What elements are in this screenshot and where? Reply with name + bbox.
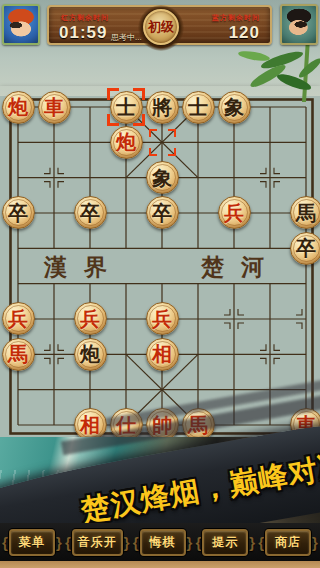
piece-glyph: 炮 — [116, 132, 136, 152]
piece-glyph: 將 — [152, 97, 172, 117]
floor-strip — [0, 560, 320, 568]
toolbar-button-group: {提示} — [194, 529, 256, 556]
piece-glyph: 士 — [116, 97, 136, 117]
piece-red-soldier[interactable]: 兵 — [74, 302, 107, 335]
piece-black-advisor[interactable]: 士 — [110, 91, 143, 124]
top-bar: 红方剩余时间 01:59 思考中... 初级 蓝方剩余时间 120 — [0, 3, 320, 47]
piece-red-soldier[interactable]: 兵 — [2, 302, 35, 335]
piece-glyph: 相 — [152, 344, 172, 364]
piece-black-soldier[interactable]: 卒 — [290, 232, 320, 265]
hint-button[interactable]: 提示 — [202, 529, 248, 556]
piece-black-cannon[interactable]: 炮 — [74, 338, 107, 371]
bottom-toolbar: {菜单}{音乐开}{悔棋}{提示}{商店} — [0, 523, 320, 561]
piece-glyph: 卒 — [8, 203, 28, 223]
piece-glyph: 兵 — [8, 309, 28, 329]
piece-glyph: 相 — [80, 415, 100, 435]
scroll-ornament-icon: } — [187, 534, 193, 551]
piece-red-chariot[interactable]: 車 — [38, 91, 71, 124]
piece-black-soldier[interactable]: 卒 — [74, 196, 107, 229]
piece-glyph: 馬 — [296, 203, 316, 223]
piece-glyph: 帥 — [152, 415, 172, 435]
red-time-value: 01:59 — [59, 23, 107, 43]
scroll-ornament-icon: { — [65, 534, 71, 551]
piece-black-soldier[interactable]: 卒 — [146, 196, 179, 229]
difficulty-badge: 初级 — [143, 9, 179, 45]
piece-red-horse[interactable]: 馬 — [2, 338, 35, 371]
piece-glyph: 卒 — [152, 203, 172, 223]
blue-time-value: 120 — [229, 23, 260, 43]
bamboo-leaves — [224, 38, 320, 102]
red-time-label: 红方剩余时间 — [61, 13, 109, 23]
piece-black-elephant[interactable]: 象 — [146, 161, 179, 194]
scroll-ornament-icon: { — [258, 534, 264, 551]
scroll-ornament-icon: { — [195, 534, 201, 551]
piece-black-advisor[interactable]: 士 — [182, 91, 215, 124]
piece-glyph: 兵 — [224, 203, 244, 223]
river-label-chuhe: 楚河 — [201, 252, 281, 283]
timer-panel: 红方剩余时间 01:59 思考中... 初级 蓝方剩余时间 120 — [47, 5, 272, 45]
piece-glyph: 卒 — [80, 203, 100, 223]
scroll-ornament-icon: } — [56, 534, 62, 551]
music-on-button[interactable]: 音乐开 — [72, 529, 123, 556]
piece-red-cannon[interactable]: 炮 — [110, 126, 143, 159]
piece-glyph: 炮 — [8, 97, 28, 117]
piece-glyph: 車 — [44, 97, 64, 117]
piece-red-soldier[interactable]: 兵 — [146, 302, 179, 335]
scroll-ornament-icon: } — [312, 534, 318, 551]
piece-glyph: 卒 — [296, 238, 316, 258]
toolbar-button-group: {悔棋} — [132, 529, 194, 556]
piece-black-general[interactable]: 將 — [146, 91, 179, 124]
piece-glyph: 馬 — [8, 344, 28, 364]
scroll-ornament-icon: } — [124, 534, 130, 551]
piece-black-soldier[interactable]: 卒 — [2, 196, 35, 229]
piece-glyph: 兵 — [80, 309, 100, 329]
toolbar-button-group: {音乐开} — [64, 529, 131, 556]
scroll-ornament-icon: } — [249, 534, 255, 551]
piece-glyph: 炮 — [80, 344, 100, 364]
thinking-status: 思考中... — [111, 32, 142, 43]
piece-glyph: 馬 — [188, 415, 208, 435]
scroll-ornament-icon: { — [133, 534, 139, 551]
piece-red-cannon[interactable]: 炮 — [2, 91, 35, 124]
red-player-avatar — [2, 4, 40, 45]
menu-button[interactable]: 菜单 — [9, 529, 55, 556]
piece-glyph: 仕 — [116, 415, 136, 435]
scroll-ornament-icon: { — [2, 534, 8, 551]
piece-glyph: 兵 — [152, 309, 172, 329]
piece-glyph: 士 — [188, 97, 208, 117]
shop-button[interactable]: 商店 — [265, 529, 311, 556]
undo-move-button[interactable]: 悔棋 — [140, 529, 186, 556]
app-screen: 漢界 楚河 炮車士將士象炮象卒卒卒兵馬卒兵兵兵馬炮相相仕帥馬車 红方剩余时间 0… — [0, 0, 320, 568]
blue-player-avatar — [280, 4, 318, 45]
toolbar-button-group: {商店} — [257, 529, 319, 556]
piece-red-soldier[interactable]: 兵 — [218, 196, 251, 229]
toolbar-button-group: {菜单} — [1, 529, 63, 556]
river-label-hanjie: 漢界 — [44, 252, 124, 283]
piece-red-elephant[interactable]: 相 — [146, 338, 179, 371]
piece-glyph: 象 — [152, 168, 172, 188]
blue-time-label: 蓝方剩余时间 — [212, 13, 260, 23]
